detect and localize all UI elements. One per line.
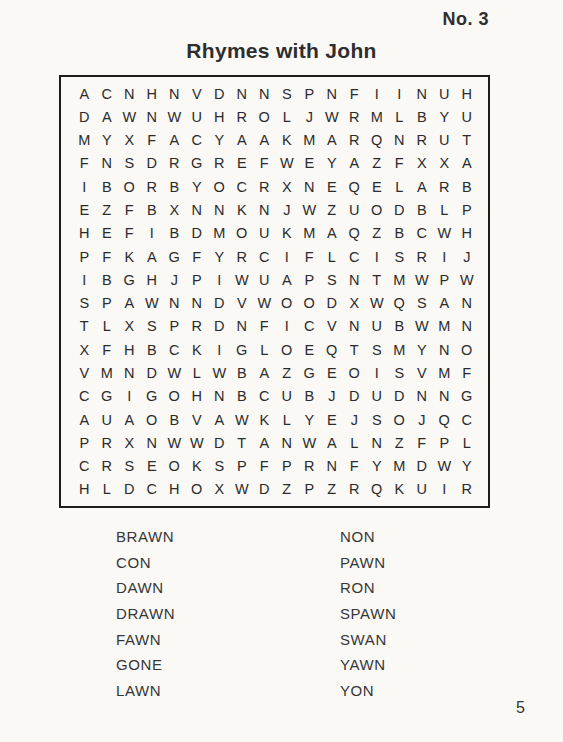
grid-cell-r10c18: N xyxy=(456,292,479,315)
grid-cell-r13c9: A xyxy=(253,361,276,384)
grid-cell-r14c14: U xyxy=(366,385,389,408)
grid-cell-r9c5: J xyxy=(163,268,186,291)
grid-cell-r17c1: C xyxy=(73,454,96,477)
grid-cell-r4c17: X xyxy=(433,152,456,175)
grid-cell-r15c9: K xyxy=(253,408,276,431)
grid-cell-r1c5: N xyxy=(163,82,186,105)
grid-cell-r4c14: Z xyxy=(366,152,389,175)
grid-cell-r14c9: C xyxy=(253,385,276,408)
grid-cell-r18c16: U xyxy=(411,478,434,501)
grid-cell-r13c7: W xyxy=(208,361,231,384)
grid-cell-r4c10: W xyxy=(276,152,299,175)
grid-cell-r8c6: F xyxy=(186,245,209,268)
grid-cell-r3c3: X xyxy=(118,129,141,152)
grid-cell-r1c14: I xyxy=(366,82,389,105)
grid-cell-r11c1: T xyxy=(73,315,96,338)
grid-cell-r1c11: P xyxy=(298,82,321,105)
grid-cell-r7c16: C xyxy=(411,222,434,245)
grid-cell-r18c4: C xyxy=(141,478,164,501)
grid-cell-r1c12: N xyxy=(321,82,344,105)
grid-cell-r6c8: K xyxy=(231,198,254,221)
grid-cell-r10c7: D xyxy=(208,292,231,315)
grid-cell-r3c6: C xyxy=(186,129,209,152)
grid-cell-r3c2: Y xyxy=(96,129,119,152)
grid-cell-r1c4: H xyxy=(141,82,164,105)
grid-cell-r1c15: I xyxy=(388,82,411,105)
grid-cell-r17c10: P xyxy=(276,454,299,477)
grid-cell-r2c15: L xyxy=(388,105,411,128)
grid-cell-r17c14: Y xyxy=(366,454,389,477)
grid-cell-r16c6: W xyxy=(186,431,209,454)
grid-cell-r9c10: A xyxy=(276,268,299,291)
word-item: BRAWN xyxy=(116,524,175,550)
grid-cell-r17c18: Y xyxy=(456,454,479,477)
grid-cell-r7c13: Q xyxy=(343,222,366,245)
grid-cell-r16c5: W xyxy=(163,431,186,454)
page-title: Rhymes with John xyxy=(0,39,563,63)
grid-cell-r15c1: A xyxy=(73,408,96,431)
grid-cell-r16c4: N xyxy=(141,431,164,454)
grid-cell-r1c13: F xyxy=(343,82,366,105)
grid-cell-r15c6: V xyxy=(186,408,209,431)
grid-cell-r18c10: Z xyxy=(276,478,299,501)
grid-cell-r13c3: N xyxy=(118,361,141,384)
grid-cell-r12c11: E xyxy=(298,338,321,361)
grid-cell-r12c10: O xyxy=(276,338,299,361)
word-item: NON xyxy=(340,524,396,550)
grid-cell-r7c2: E xyxy=(96,222,119,245)
grid-cell-r3c4: F xyxy=(141,129,164,152)
grid-cell-r6c2: Z xyxy=(96,198,119,221)
grid-cell-r11c2: L xyxy=(96,315,119,338)
page-number: 5 xyxy=(516,699,525,717)
grid-cell-r9c18: W xyxy=(456,268,479,291)
grid-cell-r12c13: T xyxy=(343,338,366,361)
grid-cell-r9c15: M xyxy=(388,268,411,291)
grid-cell-r10c9: W xyxy=(253,292,276,315)
grid-cell-r9c1: I xyxy=(73,268,96,291)
grid-cell-r15c7: A xyxy=(208,408,231,431)
grid-cell-r13c8: B xyxy=(231,361,254,384)
grid-cell-r4c15: F xyxy=(388,152,411,175)
word-item: DAWN xyxy=(116,575,175,601)
grid-cell-r2c13: R xyxy=(343,105,366,128)
grid-cell-r3c12: A xyxy=(321,129,344,152)
grid-cell-r13c17: M xyxy=(433,361,456,384)
grid-cell-r13c15: S xyxy=(388,361,411,384)
grid-cell-r6c16: B xyxy=(411,198,434,221)
grid-cell-r7c18: H xyxy=(456,222,479,245)
grid-cell-r10c14: W xyxy=(366,292,389,315)
grid-cell-r4c9: F xyxy=(253,152,276,175)
grid-cell-r18c17: I xyxy=(433,478,456,501)
grid-cell-r7c3: F xyxy=(118,222,141,245)
grid-cell-r16c13: L xyxy=(343,431,366,454)
grid-cell-r13c10: Z xyxy=(276,361,299,384)
grid-cell-r11c6: R xyxy=(186,315,209,338)
grid-cell-r14c5: O xyxy=(163,385,186,408)
grid-cell-r13c5: W xyxy=(163,361,186,384)
grid-cell-r6c14: O xyxy=(366,198,389,221)
grid-cell-r17c17: W xyxy=(433,454,456,477)
grid-cell-r14c2: G xyxy=(96,385,119,408)
grid-cell-r4c6: G xyxy=(186,152,209,175)
grid-cell-r9c9: U xyxy=(253,268,276,291)
grid-cell-r8c11: F xyxy=(298,245,321,268)
grid-cell-r14c3: I xyxy=(118,385,141,408)
grid-cell-r2c3: W xyxy=(118,105,141,128)
grid-cell-r17c12: N xyxy=(321,454,344,477)
grid-cell-r8c10: I xyxy=(276,245,299,268)
grid-cell-r15c11: Y xyxy=(298,408,321,431)
grid-cell-r8c13: C xyxy=(343,245,366,268)
grid-cell-r18c3: D xyxy=(118,478,141,501)
grid-cell-r2c6: U xyxy=(186,105,209,128)
grid-cell-r14c15: D xyxy=(388,385,411,408)
word-item: GONE xyxy=(116,652,175,678)
grid-cell-r14c4: G xyxy=(141,385,164,408)
grid-cell-r5c14: E xyxy=(366,175,389,198)
grid-cell-r15c10: L xyxy=(276,408,299,431)
grid-cell-r15c2: U xyxy=(96,408,119,431)
grid-cell-r16c14: N xyxy=(366,431,389,454)
grid-cell-r12c3: H xyxy=(118,338,141,361)
grid-cell-r10c10: O xyxy=(276,292,299,315)
grid-cell-r1c6: V xyxy=(186,82,209,105)
grid-cell-r8c1: P xyxy=(73,245,96,268)
grid-cell-r1c2: C xyxy=(96,82,119,105)
grid-cell-r6c11: W xyxy=(298,198,321,221)
word-item: LAWN xyxy=(116,678,175,704)
grid-cell-r18c11: P xyxy=(298,478,321,501)
grid-cell-r4c8: E xyxy=(231,152,254,175)
grid-cell-r15c18: C xyxy=(456,408,479,431)
grid-cell-r1c8: N xyxy=(231,82,254,105)
grid-cell-r7c8: O xyxy=(231,222,254,245)
grid-cell-r14c18: G xyxy=(456,385,479,408)
grid-cell-r9c3: G xyxy=(118,268,141,291)
grid-cell-r2c7: H xyxy=(208,105,231,128)
word-item: PAWN xyxy=(340,550,396,576)
grid-cell-r12c15: M xyxy=(388,338,411,361)
grid-cell-r14c17: N xyxy=(433,385,456,408)
grid-cell-r11c3: X xyxy=(118,315,141,338)
grid-cell-r16c7: D xyxy=(208,431,231,454)
grid-cell-r14c10: U xyxy=(276,385,299,408)
word-item: DRAWN xyxy=(116,601,175,627)
grid-cell-r16c8: T xyxy=(231,431,254,454)
grid-cell-r1c17: U xyxy=(433,82,456,105)
grid-cell-r12c7: I xyxy=(208,338,231,361)
grid-cell-r14c11: B xyxy=(298,385,321,408)
word-item: YON xyxy=(340,678,396,704)
grid-cell-r17c9: F xyxy=(253,454,276,477)
grid-cell-r14c7: N xyxy=(208,385,231,408)
grid-cell-r4c1: F xyxy=(73,152,96,175)
grid-cell-r1c9: N xyxy=(253,82,276,105)
grid-cell-r12c6: K xyxy=(186,338,209,361)
grid-cell-r10c13: X xyxy=(343,292,366,315)
grid-cell-r16c10: N xyxy=(276,431,299,454)
grid-cell-r13c12: E xyxy=(321,361,344,384)
grid-cell-r12c17: N xyxy=(433,338,456,361)
grid-cell-r5c12: E xyxy=(321,175,344,198)
grid-cell-r18c2: L xyxy=(96,478,119,501)
grid-cell-r18c9: D xyxy=(253,478,276,501)
grid-cell-r17c8: P xyxy=(231,454,254,477)
grid-cell-r12c18: O xyxy=(456,338,479,361)
grid-cell-r11c11: C xyxy=(298,315,321,338)
grid-cell-r10c4: W xyxy=(141,292,164,315)
grid-cell-r7c4: I xyxy=(141,222,164,245)
grid-cell-r11c5: P xyxy=(163,315,186,338)
grid-cell-r2c2: A xyxy=(96,105,119,128)
grid-cell-r6c1: E xyxy=(73,198,96,221)
grid-cell-r4c7: R xyxy=(208,152,231,175)
grid-cell-r2c16: B xyxy=(411,105,434,128)
grid-cell-r10c5: N xyxy=(163,292,186,315)
grid-cell-r2c17: Y xyxy=(433,105,456,128)
grid-cell-r5c16: A xyxy=(411,175,434,198)
grid-cell-r13c14: I xyxy=(366,361,389,384)
grid-cell-r5c1: I xyxy=(73,175,96,198)
grid-cell-r18c7: X xyxy=(208,478,231,501)
grid-cell-r3c1: M xyxy=(73,129,96,152)
grid-cell-r7c15: B xyxy=(388,222,411,245)
grid-cell-r4c2: N xyxy=(96,152,119,175)
grid-cell-r17c6: K xyxy=(186,454,209,477)
grid-cell-r5c18: B xyxy=(456,175,479,198)
grid-cell-r5c17: R xyxy=(433,175,456,198)
word-item: YAWN xyxy=(340,652,396,678)
grid-cell-r5c4: R xyxy=(141,175,164,198)
grid-cell-r8c18: J xyxy=(456,245,479,268)
grid-cell-r3c11: M xyxy=(298,129,321,152)
grid-cell-r11c8: N xyxy=(231,315,254,338)
grid-cell-r16c3: X xyxy=(118,431,141,454)
grid-cell-r7c12: A xyxy=(321,222,344,245)
grid-cell-r6c10: J xyxy=(276,198,299,221)
grid-cell-r2c5: W xyxy=(163,105,186,128)
grid-cell-r11c16: W xyxy=(411,315,434,338)
grid-cell-r13c13: O xyxy=(343,361,366,384)
grid-cell-r14c13: D xyxy=(343,385,366,408)
grid-cell-r4c3: S xyxy=(118,152,141,175)
grid-cell-r6c6: N xyxy=(186,198,209,221)
grid-cell-r6c7: N xyxy=(208,198,231,221)
grid-cell-r5c3: O xyxy=(118,175,141,198)
grid-cell-r15c16: J xyxy=(411,408,434,431)
grid-cell-r5c7: O xyxy=(208,175,231,198)
grid-cell-r15c4: O xyxy=(141,408,164,431)
grid-cell-r3c10: K xyxy=(276,129,299,152)
grid-cell-r2c18: U xyxy=(456,105,479,128)
grid-cell-r5c11: N xyxy=(298,175,321,198)
grid-cell-r7c9: U xyxy=(253,222,276,245)
grid-cell-r7c10: K xyxy=(276,222,299,245)
grid-cell-r4c4: D xyxy=(141,152,164,175)
grid-cell-r6c15: D xyxy=(388,198,411,221)
grid-cell-r6c17: L xyxy=(433,198,456,221)
grid-cell-r8c5: G xyxy=(163,245,186,268)
grid-cell-r11c18: N xyxy=(456,315,479,338)
grid-cell-r12c2: F xyxy=(96,338,119,361)
grid-cell-r10c17: A xyxy=(433,292,456,315)
grid-cell-r11c15: B xyxy=(388,315,411,338)
grid-cell-r8c9: C xyxy=(253,245,276,268)
grid-cell-r10c11: O xyxy=(298,292,321,315)
grid-cell-r16c18: L xyxy=(456,431,479,454)
grid-cell-r14c16: N xyxy=(411,385,434,408)
grid-cell-r5c10: X xyxy=(276,175,299,198)
word-item: SWAN xyxy=(340,627,396,653)
grid-cell-r8c2: F xyxy=(96,245,119,268)
grid-cell-r2c4: N xyxy=(141,105,164,128)
grid-cell-r5c6: Y xyxy=(186,175,209,198)
grid-cell-r6c13: U xyxy=(343,198,366,221)
grid-cell-r9c6: P xyxy=(186,268,209,291)
grid-cell-r15c12: E xyxy=(321,408,344,431)
grid-cell-r11c10: I xyxy=(276,315,299,338)
grid-cell-r15c5: B xyxy=(163,408,186,431)
grid-cell-r6c9: N xyxy=(253,198,276,221)
word-list-right: NONPAWNRONSPAWNSWANYAWNYON xyxy=(340,524,396,704)
grid-cell-r17c3: S xyxy=(118,454,141,477)
letter-grid: ACNHNVDNNSPNFIINUHDAWNWUHROLJWRMLBYUMYXF… xyxy=(59,75,490,508)
grid-cell-r8c17: I xyxy=(433,245,456,268)
grid-cell-r11c4: S xyxy=(141,315,164,338)
grid-cell-r1c10: S xyxy=(276,82,299,105)
grid-cell-r10c6: N xyxy=(186,292,209,315)
grid-cell-r15c13: J xyxy=(343,408,366,431)
grid-cell-r6c3: F xyxy=(118,198,141,221)
grid-cell-r16c15: Z xyxy=(388,431,411,454)
grid-cell-r3c7: Y xyxy=(208,129,231,152)
grid-cell-r10c12: D xyxy=(321,292,344,315)
grid-cell-r17c13: F xyxy=(343,454,366,477)
grid-cell-r18c15: K xyxy=(388,478,411,501)
grid-cell-r9c12: S xyxy=(321,268,344,291)
grid-cell-r3c14: Q xyxy=(366,129,389,152)
grid-cell-r14c12: J xyxy=(321,385,344,408)
grid-cell-r8c15: S xyxy=(388,245,411,268)
grid-cell-r1c16: N xyxy=(411,82,434,105)
grid-cell-r11c9: F xyxy=(253,315,276,338)
grid-cell-r7c7: M xyxy=(208,222,231,245)
grid-cell-r17c11: R xyxy=(298,454,321,477)
grid-cell-r15c17: Q xyxy=(433,408,456,431)
grid-cell-r10c2: P xyxy=(96,292,119,315)
grid-cell-r9c14: T xyxy=(366,268,389,291)
grid-cell-r10c1: S xyxy=(73,292,96,315)
grid-cell-r1c3: N xyxy=(118,82,141,105)
grid-cell-r10c15: Q xyxy=(388,292,411,315)
grid-cell-r7c1: H xyxy=(73,222,96,245)
grid-cell-r7c6: D xyxy=(186,222,209,245)
word-item: CON xyxy=(116,550,175,576)
grid-cell-r18c18: R xyxy=(456,478,479,501)
grid-cell-r9c17: P xyxy=(433,268,456,291)
grid-cell-r5c5: B xyxy=(163,175,186,198)
grid-cell-r5c9: R xyxy=(253,175,276,198)
grid-cell-r9c11: P xyxy=(298,268,321,291)
grid-cell-r7c11: M xyxy=(298,222,321,245)
grid-cell-r16c11: W xyxy=(298,431,321,454)
grid-cell-r15c8: W xyxy=(231,408,254,431)
grid-cell-r9c4: H xyxy=(141,268,164,291)
grid-cell-r18c8: W xyxy=(231,478,254,501)
grid-cell-r17c15: M xyxy=(388,454,411,477)
grid-cell-r12c14: S xyxy=(366,338,389,361)
grid-cell-r15c3: A xyxy=(118,408,141,431)
grid-cell-r3c16: R xyxy=(411,129,434,152)
grid-cell-r4c5: R xyxy=(163,152,186,175)
grid-cell-r9c13: N xyxy=(343,268,366,291)
grid-cell-r4c13: A xyxy=(343,152,366,175)
grid-cell-r6c5: X xyxy=(163,198,186,221)
grid-cell-r11c12: V xyxy=(321,315,344,338)
grid-cell-r1c7: D xyxy=(208,82,231,105)
grid-cell-r15c15: O xyxy=(388,408,411,431)
grid-cell-r2c1: D xyxy=(73,105,96,128)
grid-cell-r3c18: T xyxy=(456,129,479,152)
grid-cell-r5c15: L xyxy=(388,175,411,198)
grid-cell-r13c18: F xyxy=(456,361,479,384)
grid-cell-r14c6: H xyxy=(186,385,209,408)
grid-cell-r9c8: W xyxy=(231,268,254,291)
worksheet-page: No. 3 Rhymes with John ACNHNVDNNSPNFIINU… xyxy=(0,0,563,742)
grid-cell-r13c11: G xyxy=(298,361,321,384)
grid-cell-r8c12: L xyxy=(321,245,344,268)
grid-cell-r16c12: A xyxy=(321,431,344,454)
grid-cell-r7c17: W xyxy=(433,222,456,245)
grid-cell-r12c5: C xyxy=(163,338,186,361)
grid-cell-r12c4: B xyxy=(141,338,164,361)
grid-cell-r18c5: H xyxy=(163,478,186,501)
grid-cell-r1c18: H xyxy=(456,82,479,105)
grid-cell-r13c6: L xyxy=(186,361,209,384)
grid-cell-r11c7: D xyxy=(208,315,231,338)
grid-cell-r6c12: Z xyxy=(321,198,344,221)
grid-cell-r3c8: A xyxy=(231,129,254,152)
grid-cell-r12c9: L xyxy=(253,338,276,361)
grid-cell-r13c16: V xyxy=(411,361,434,384)
grid-cell-r8c3: K xyxy=(118,245,141,268)
grid-cell-r9c2: B xyxy=(96,268,119,291)
word-item: RON xyxy=(340,575,396,601)
grid-cell-r5c2: B xyxy=(96,175,119,198)
grid-cell-r18c13: R xyxy=(343,478,366,501)
grid-cell-r2c9: O xyxy=(253,105,276,128)
grid-cell-r3c17: U xyxy=(433,129,456,152)
grid-cell-r18c12: Z xyxy=(321,478,344,501)
grid-cell-r2c8: R xyxy=(231,105,254,128)
grid-cell-r4c12: Y xyxy=(321,152,344,175)
grid-cell-r4c16: X xyxy=(411,152,434,175)
grid-cell-r8c4: A xyxy=(141,245,164,268)
word-list-left: BRAWNCONDAWNDRAWNFAWNGONELAWN xyxy=(116,524,175,704)
grid-cell-r10c16: S xyxy=(411,292,434,315)
grid-cell-r11c14: U xyxy=(366,315,389,338)
grid-cell-r15c14: S xyxy=(366,408,389,431)
grid-cell-r17c4: E xyxy=(141,454,164,477)
grid-cell-r6c18: P xyxy=(456,198,479,221)
grid-cell-r3c15: N xyxy=(388,129,411,152)
grid-cell-r9c16: W xyxy=(411,268,434,291)
grid-cell-r12c8: G xyxy=(231,338,254,361)
grid-cell-r17c5: O xyxy=(163,454,186,477)
grid-cell-r2c10: L xyxy=(276,105,299,128)
